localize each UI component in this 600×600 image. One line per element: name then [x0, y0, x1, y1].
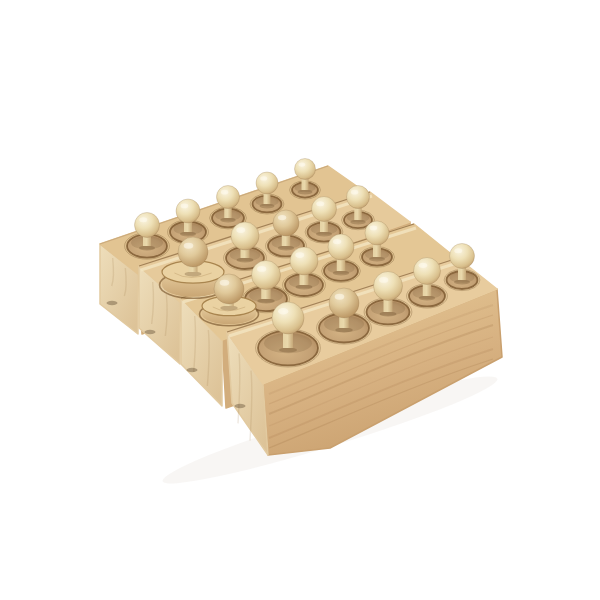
knob-head-b3-c4 [328, 234, 354, 260]
knob-highlight [184, 243, 194, 249]
montessori-cylinder-blocks-photo [0, 0, 600, 600]
knob-highlight [295, 252, 304, 258]
knob-base-shadow [279, 347, 297, 352]
knob-highlight [370, 226, 378, 231]
knob-head-b3-c1 [214, 274, 244, 304]
knob-base-shadow [350, 219, 366, 224]
knob-base-shadow [454, 279, 470, 284]
knob-head-b4-c2 [329, 288, 359, 318]
knob-head-b3-c5 [365, 221, 389, 245]
knob-head-b3-c2 [252, 261, 281, 290]
knob-head-b2-c2 [231, 222, 259, 250]
knob-head-b2-c3 [273, 210, 299, 236]
knob-base-shadow [333, 270, 350, 275]
block-4-foot-shadow [235, 404, 246, 408]
knob-base-shadow [139, 245, 155, 250]
knob-base-shadow [419, 295, 436, 300]
knob-highlight [278, 308, 288, 314]
knob-base-shadow [237, 257, 254, 262]
knob-base-shadow [278, 245, 295, 250]
block-3-foot-shadow [187, 368, 198, 372]
knob-base-shadow [298, 189, 313, 194]
knob-base-shadow [260, 203, 275, 208]
knob-head-b4-c5 [450, 244, 475, 269]
knob-highlight [316, 201, 324, 206]
knob-highlight [257, 266, 266, 272]
knob-head-b1-c2 [176, 199, 200, 223]
knob-highlight [278, 215, 286, 220]
knob-head-b3-c3 [290, 247, 318, 275]
knob-highlight [454, 248, 462, 253]
knob-base-shadow [257, 298, 275, 303]
knob-head-b1-c3 [217, 186, 240, 209]
knob-highlight [351, 190, 358, 195]
knob-head-b2-c5 [347, 186, 370, 209]
knob-highlight [333, 239, 341, 244]
knob-head-b1-c4 [256, 172, 278, 194]
knob-highlight [379, 277, 388, 283]
knob-base-shadow [380, 311, 397, 316]
knob-highlight [236, 227, 245, 233]
knob-head-b1-c5 [295, 159, 316, 180]
photo-canvas [0, 0, 600, 600]
knob-head-b4-c4 [414, 258, 441, 285]
knob-head-b4-c1 [272, 302, 304, 334]
knob-base-shadow [180, 231, 196, 236]
knob-head-b2-c1 [178, 237, 208, 267]
knob-base-shadow [369, 256, 385, 261]
knob-highlight [181, 204, 189, 209]
block-2-foot-shadow [145, 330, 156, 334]
knob-head-b2-c4 [312, 197, 337, 222]
knob-highlight [419, 263, 428, 268]
knob-head-b1-c1 [135, 213, 160, 238]
knob-base-shadow [335, 327, 353, 332]
knob-base-shadow [316, 231, 332, 236]
knob-highlight [139, 217, 147, 222]
block-1-foot-shadow [107, 301, 118, 305]
knob-highlight [221, 190, 228, 195]
knob-base-shadow [296, 284, 313, 289]
knob-head-b4-c3 [374, 272, 403, 301]
knob-highlight [298, 162, 305, 166]
knob-base-shadow [220, 217, 236, 222]
knob-highlight [220, 280, 230, 286]
knob-base-shadow [185, 271, 202, 276]
knob-base-shadow [220, 305, 238, 310]
knob-highlight [335, 294, 345, 300]
knob-highlight [260, 176, 267, 180]
